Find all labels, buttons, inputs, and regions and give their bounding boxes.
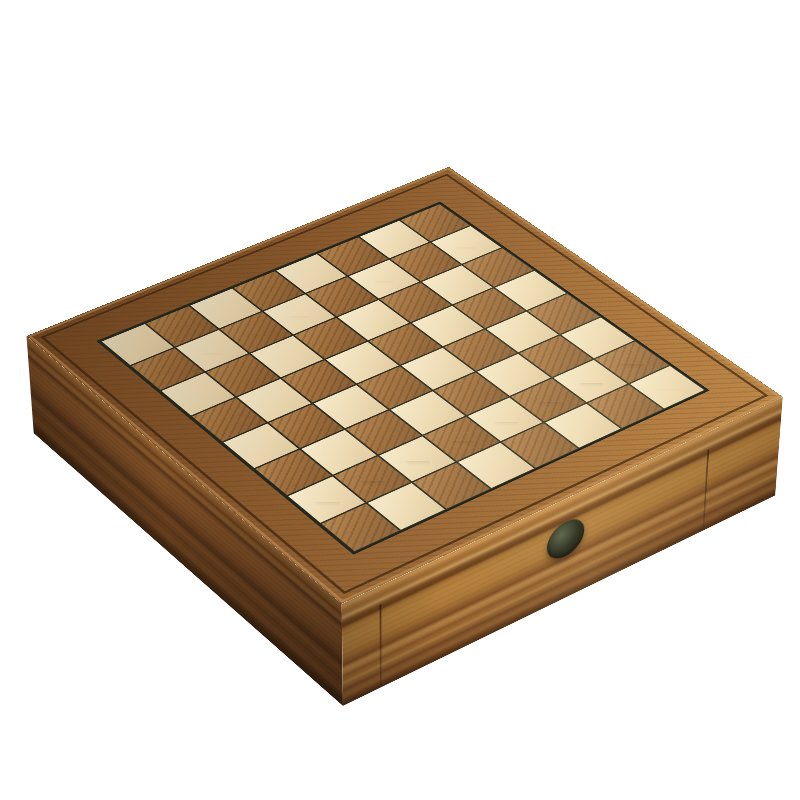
light-pawn-glyph: ♟ xyxy=(327,238,362,300)
light-pawn-glyph: ♟ xyxy=(369,221,404,283)
light-pawn-glyph: ♟ xyxy=(451,188,486,249)
drawer-seam-left xyxy=(380,604,382,688)
dark-rook-glyph: ♜ xyxy=(339,449,386,532)
light-pawn-glyph: ♟ xyxy=(284,256,320,319)
drawer-knob[interactable] xyxy=(546,513,584,565)
dark-rook-glyph: ♜ xyxy=(647,313,692,392)
light-pawn-glyph: ♟ xyxy=(196,291,232,355)
light-pawn-glyph: ♟ xyxy=(152,309,188,373)
light-pawn-glyph: ♟ xyxy=(410,205,445,266)
chess-box: ♜♞♝♚♛♝♞♜♟♟♟♟♟♟♟♟♟♟♟♟♟♟♟♟♜♞♝♛♚♝♞♜ xyxy=(27,167,783,604)
drawer-seam-right xyxy=(702,449,709,531)
light-pawn-glyph: ♟ xyxy=(240,273,276,336)
product-photo-scene: ♜♞♝♚♛♝♞♜♟♟♟♟♟♟♟♟♟♟♟♟♟♟♟♟♜♞♝♛♚♝♞♜ xyxy=(0,0,800,800)
dark-knight-glyph: ♞ xyxy=(382,416,436,511)
